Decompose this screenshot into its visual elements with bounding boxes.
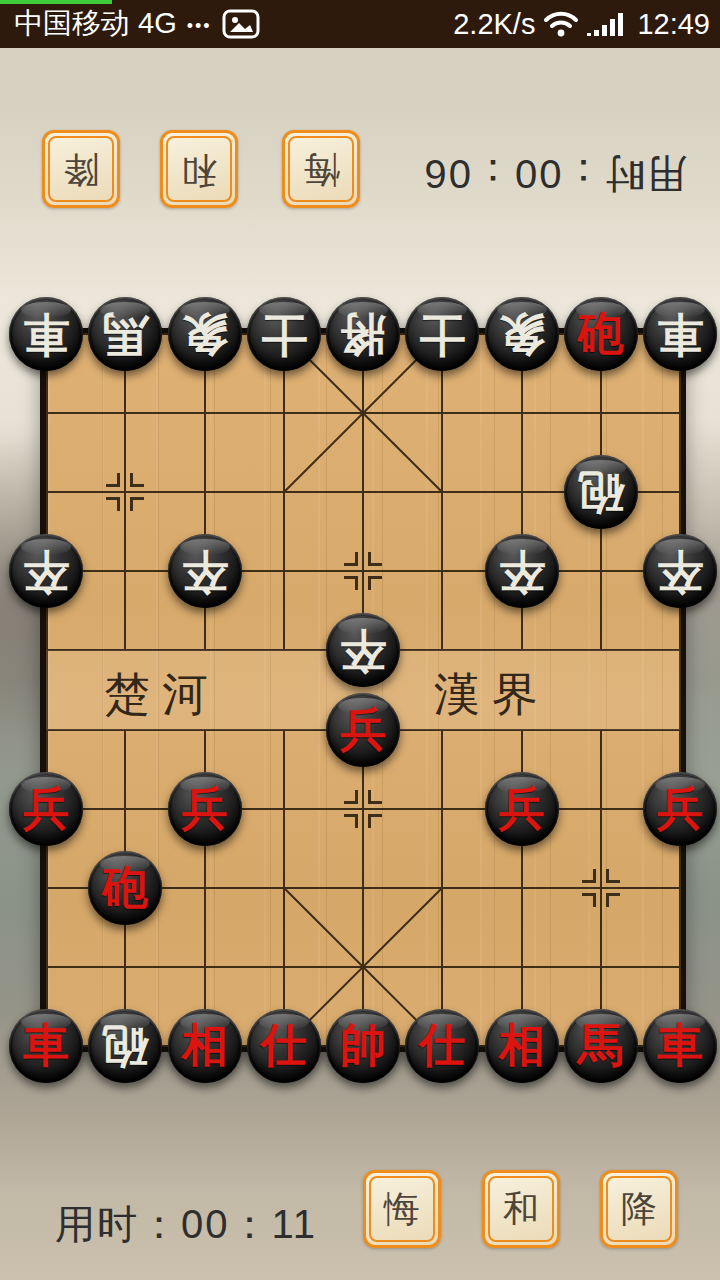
opponent-surrender-label: 降 bbox=[63, 145, 99, 194]
player-draw-button[interactable]: 和 bbox=[482, 1170, 560, 1248]
opponent-surrender-button[interactable]: 降 bbox=[42, 130, 120, 208]
piece-red-soldier[interactable]: 兵 bbox=[9, 772, 83, 846]
piece-glyph: 仕 bbox=[261, 1023, 307, 1069]
piece-glyph: 象 bbox=[182, 311, 228, 357]
piece-glyph: 砲 bbox=[578, 469, 624, 515]
piece-red-advisor[interactable]: 仕 bbox=[405, 1009, 479, 1083]
piece-glyph: 卒 bbox=[340, 627, 386, 673]
piece-glyph: 卒 bbox=[657, 548, 703, 594]
piece-glyph: 相 bbox=[182, 1023, 228, 1069]
piece-red-advisor[interactable]: 仕 bbox=[247, 1009, 321, 1083]
point-marker bbox=[343, 789, 383, 829]
point-marker bbox=[581, 868, 621, 908]
piece-red-soldier[interactable]: 兵 bbox=[485, 772, 559, 846]
notification-strip bbox=[0, 0, 112, 4]
piece-glyph: 仕 bbox=[419, 1023, 465, 1069]
point-marker bbox=[105, 472, 145, 512]
piece-glyph: 兵 bbox=[657, 786, 703, 832]
carrier-label: 中国移动 4G bbox=[14, 4, 177, 44]
piece-glyph: 車 bbox=[23, 311, 69, 357]
player-timer: 用时：00：11 bbox=[55, 1197, 317, 1252]
piece-red-general[interactable]: 帥 bbox=[326, 1009, 400, 1083]
player-draw-label: 和 bbox=[503, 1185, 539, 1234]
player-surrender-label: 降 bbox=[621, 1185, 657, 1234]
piece-glyph: 卒 bbox=[499, 548, 545, 594]
piece-black-cannon[interactable]: 砲 bbox=[564, 455, 638, 529]
opponent-undo-label: 悔 bbox=[303, 145, 339, 194]
opponent-timer: 用时：00：06 bbox=[415, 146, 695, 201]
player-undo-button[interactable]: 悔 bbox=[363, 1170, 441, 1248]
piece-black-soldier[interactable]: 卒 bbox=[643, 534, 717, 608]
piece-glyph: 士 bbox=[419, 311, 465, 357]
piece-glyph: 馬 bbox=[578, 1023, 624, 1069]
piece-black-soldier[interactable]: 卒 bbox=[9, 534, 83, 608]
piece-glyph: 車 bbox=[657, 1023, 703, 1069]
piece-glyph: 砲 bbox=[578, 311, 624, 357]
piece-glyph: 車 bbox=[657, 311, 703, 357]
signal-bars-icon bbox=[587, 9, 629, 39]
piece-black-general[interactable]: 將 bbox=[326, 297, 400, 371]
piece-black-elephant[interactable]: 象 bbox=[485, 297, 559, 371]
clock-label: 12:49 bbox=[637, 8, 710, 41]
piece-glyph: 馬 bbox=[102, 311, 148, 357]
piece-black-advisor[interactable]: 士 bbox=[247, 297, 321, 371]
piece-black-soldier[interactable]: 卒 bbox=[326, 613, 400, 687]
piece-black-cannon[interactable]: 砲 bbox=[88, 1009, 162, 1083]
board[interactable]: 楚河 漢界 車馬象士將士象砲車砲卒卒卒卒卒兵兵兵兵兵砲車砲相仕帥仕相馬車 bbox=[40, 328, 686, 1052]
status-bar: 中国移动 4G ••• 2.2K/s 12:49 bbox=[0, 0, 720, 48]
piece-glyph: 卒 bbox=[182, 548, 228, 594]
piece-black-chariot[interactable]: 車 bbox=[643, 297, 717, 371]
piece-red-elephant[interactable]: 相 bbox=[485, 1009, 559, 1083]
piece-glyph: 車 bbox=[23, 1023, 69, 1069]
piece-glyph: 象 bbox=[499, 311, 545, 357]
opponent-undo-button[interactable]: 悔 bbox=[282, 130, 360, 208]
player-undo-label: 悔 bbox=[384, 1185, 420, 1234]
piece-red-cannon[interactable]: 砲 bbox=[564, 297, 638, 371]
piece-red-soldier[interactable]: 兵 bbox=[643, 772, 717, 846]
net-speed-label: 2.2K/s bbox=[453, 8, 535, 41]
piece-black-elephant[interactable]: 象 bbox=[168, 297, 242, 371]
piece-black-soldier[interactable]: 卒 bbox=[485, 534, 559, 608]
opponent-draw-button[interactable]: 和 bbox=[160, 130, 238, 208]
piece-glyph: 士 bbox=[261, 311, 307, 357]
wifi-icon bbox=[543, 9, 579, 39]
piece-black-soldier[interactable]: 卒 bbox=[168, 534, 242, 608]
piece-glyph: 卒 bbox=[23, 548, 69, 594]
piece-red-soldier[interactable]: 兵 bbox=[326, 693, 400, 767]
river-label-right: 漢界 bbox=[434, 664, 550, 726]
image-notification-icon bbox=[222, 9, 260, 39]
piece-glyph: 兵 bbox=[182, 786, 228, 832]
piece-red-soldier[interactable]: 兵 bbox=[168, 772, 242, 846]
opponent-draw-label: 和 bbox=[181, 145, 217, 194]
piece-red-horse[interactable]: 馬 bbox=[564, 1009, 638, 1083]
piece-red-chariot[interactable]: 車 bbox=[9, 1009, 83, 1083]
piece-glyph: 兵 bbox=[340, 707, 386, 753]
piece-black-advisor[interactable]: 士 bbox=[405, 297, 479, 371]
piece-glyph: 將 bbox=[340, 311, 386, 357]
river-label-left: 楚河 bbox=[104, 664, 220, 726]
piece-black-horse[interactable]: 馬 bbox=[88, 297, 162, 371]
piece-glyph: 相 bbox=[499, 1023, 545, 1069]
piece-glyph: 帥 bbox=[340, 1023, 386, 1069]
piece-red-elephant[interactable]: 相 bbox=[168, 1009, 242, 1083]
player-surrender-button[interactable]: 降 bbox=[600, 1170, 678, 1248]
point-marker bbox=[343, 551, 383, 591]
piece-glyph: 砲 bbox=[102, 1023, 148, 1069]
piece-glyph: 砲 bbox=[102, 865, 148, 911]
piece-red-chariot[interactable]: 車 bbox=[643, 1009, 717, 1083]
piece-red-cannon[interactable]: 砲 bbox=[88, 851, 162, 925]
piece-glyph: 兵 bbox=[23, 786, 69, 832]
app-screen: 中国移动 4G ••• 2.2K/s 12:49 bbox=[0, 0, 720, 1280]
carrier-dots: ••• bbox=[187, 16, 212, 37]
piece-black-chariot[interactable]: 車 bbox=[9, 297, 83, 371]
piece-glyph: 兵 bbox=[499, 786, 545, 832]
